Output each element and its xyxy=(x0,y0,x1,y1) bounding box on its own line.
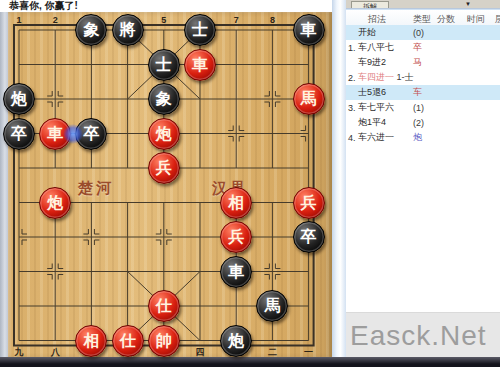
piece-red-r9c4[interactable]: 仕 xyxy=(112,325,144,357)
piece-red-r1c6[interactable]: 車 xyxy=(184,49,216,81)
move-text: 车六进一 xyxy=(358,131,413,144)
last-move-indicator xyxy=(63,124,83,144)
move-type: 马 xyxy=(413,56,500,69)
move-list: 开始(0)1.车八平七卒车9进2马2.车四进一 1-士士5退6车3.车七平六(1… xyxy=(346,25,500,145)
move-text: 炮1平4 xyxy=(358,116,413,129)
move-number: 1. xyxy=(346,43,358,53)
window-bottom-edge xyxy=(0,357,500,367)
piece-red-r4c5[interactable]: 兵 xyxy=(148,152,180,184)
move-type: (1) xyxy=(413,103,500,113)
move-number: 2. xyxy=(346,73,358,83)
move-row-2[interactable]: 车9进2马 xyxy=(346,55,500,70)
move-type: 车 xyxy=(413,86,500,99)
piece-red-r8c5[interactable]: 仕 xyxy=(148,290,180,322)
board-grid: 象將士車士車炮象馬卒車卒炮兵炮相兵兵卒車仕馬相仕帥炮 xyxy=(1,13,327,358)
move-number: 3. xyxy=(346,103,358,113)
move-text: 车9进2 xyxy=(358,56,413,69)
move-row-3[interactable]: 2.车四进一 1-士 xyxy=(346,70,500,85)
piece-red-r5c2[interactable]: 炮 xyxy=(39,187,71,219)
piece-black-r7c7[interactable]: 車 xyxy=(220,256,252,288)
piece-red-r5c9[interactable]: 兵 xyxy=(293,187,325,219)
piece-black-r2c5[interactable]: 象 xyxy=(148,83,180,115)
move-row-6[interactable]: 炮1平4(2) xyxy=(346,115,500,130)
move-row-7[interactable]: 4.车六进一炮 xyxy=(346,130,500,145)
move-text: 车八平七 xyxy=(358,41,413,54)
piece-black-r9c7[interactable]: 炮 xyxy=(220,325,252,357)
piece-black-r0c6[interactable]: 士 xyxy=(184,14,216,46)
piece-black-r0c4[interactable]: 將 xyxy=(112,14,144,46)
watermark-area: Easck.Net xyxy=(346,312,500,358)
watermark-text: Easck.Net xyxy=(346,320,487,352)
panel-toolbar: 拆解 ▼ xyxy=(346,0,500,9)
piece-red-r9c5[interactable]: 帥 xyxy=(148,325,180,357)
move-row-5[interactable]: 3.车七平六(1) xyxy=(346,100,500,115)
move-type: (0) xyxy=(413,28,500,38)
move-text: 车七平六 xyxy=(358,101,413,114)
piece-black-r6c9[interactable]: 卒 xyxy=(293,221,325,253)
piece-black-r2c1[interactable]: 炮 xyxy=(3,83,35,115)
move-number: 4. xyxy=(346,133,358,143)
move-text: 开始 xyxy=(358,26,413,39)
move-row-4[interactable]: 士5退6车 xyxy=(346,85,500,100)
piece-red-r6c7[interactable]: 兵 xyxy=(220,221,252,253)
piece-black-r0c3[interactable]: 象 xyxy=(75,14,107,46)
piece-black-r0c9[interactable]: 車 xyxy=(293,14,325,46)
dropdown-arrow-icon[interactable]: ▼ xyxy=(465,0,471,8)
piece-black-r3c1[interactable]: 卒 xyxy=(3,118,35,150)
move-text: 车四进一 1-士 xyxy=(358,71,413,84)
status-message: 恭喜你, 你赢了! xyxy=(9,0,78,12)
piece-black-r1c5[interactable]: 士 xyxy=(148,49,180,81)
piece-red-r5c7[interactable]: 相 xyxy=(220,187,252,219)
move-row-0[interactable]: 开始(0) xyxy=(346,25,500,40)
panel-splitter[interactable] xyxy=(332,0,347,358)
tab-analysis[interactable]: 拆解 xyxy=(351,1,389,9)
analysis-panel: 拆解 ▼ 招法 类型 分数 时间 层数 开始(0)1.车八平七卒车9进2马2.车… xyxy=(346,0,500,357)
move-text: 士5退6 xyxy=(358,86,413,99)
move-type: 炮 xyxy=(413,131,500,144)
piece-red-r2c9[interactable]: 馬 xyxy=(293,83,325,115)
move-type: (2) xyxy=(413,118,500,128)
xiangqi-board: 123456789 九八七六五四三二一 楚河 汉界 象將士車士車炮象馬卒車卒炮兵… xyxy=(8,12,332,358)
piece-red-r3c5[interactable]: 炮 xyxy=(148,118,180,150)
move-row-1[interactable]: 1.车八平七卒 xyxy=(346,40,500,55)
move-type: 卒 xyxy=(413,41,500,54)
piece-black-r8c8[interactable]: 馬 xyxy=(256,290,288,322)
piece-red-r9c3[interactable]: 相 xyxy=(75,325,107,357)
